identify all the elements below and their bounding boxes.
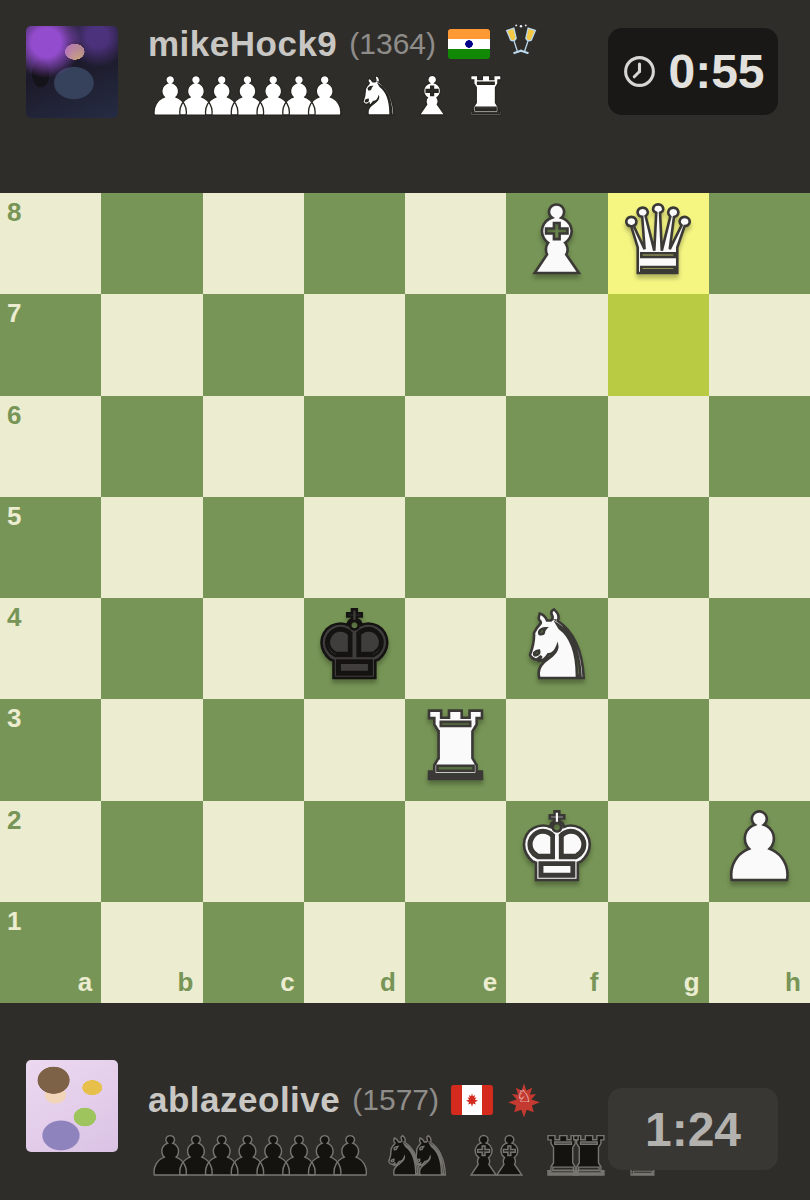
square-d5[interactable] [304, 497, 405, 598]
square-e3[interactable]: ♜ [405, 699, 506, 800]
square-b4[interactable] [101, 598, 202, 699]
square-a7[interactable]: 7 [0, 294, 101, 395]
square-d3[interactable] [304, 699, 405, 800]
captured-piece-group: ♞ [354, 70, 380, 124]
piece-white-bishop-f8[interactable]: ♝ [506, 193, 607, 294]
square-c5[interactable] [203, 497, 304, 598]
square-f8[interactable]: ♝ [506, 193, 607, 294]
top-player-avatar[interactable] [26, 26, 118, 118]
champagne-clink-icon [502, 23, 540, 65]
square-a1[interactable]: 1a [0, 902, 101, 1003]
square-a2[interactable]: 2 [0, 801, 101, 902]
india-flag-icon [448, 29, 490, 59]
square-a3[interactable]: 3 [0, 699, 101, 800]
square-a4[interactable]: 4 [0, 598, 101, 699]
square-d2[interactable] [304, 801, 405, 902]
square-d7[interactable] [304, 294, 405, 395]
file-label-e: e [483, 969, 497, 995]
top-player-name-row[interactable]: mikeHock9 (1364) [148, 22, 540, 66]
square-b7[interactable] [101, 294, 202, 395]
square-d6[interactable] [304, 396, 405, 497]
captured-piece-group: ♜♜ [539, 1130, 590, 1184]
square-e4[interactable] [405, 598, 506, 699]
square-c4[interactable] [203, 598, 304, 699]
piece-white-king-f2[interactable]: ♚ [506, 801, 607, 902]
bottom-player-avatar[interactable] [26, 1060, 118, 1152]
rank-label-5: 5 [7, 503, 21, 529]
square-d4[interactable]: ♚ [304, 598, 405, 699]
square-h4[interactable] [709, 598, 810, 699]
square-c1[interactable]: c [203, 902, 304, 1003]
square-b6[interactable] [101, 396, 202, 497]
square-h6[interactable] [709, 396, 810, 497]
square-e6[interactable] [405, 396, 506, 497]
square-g2[interactable] [608, 801, 709, 902]
piece-white-knight-f4[interactable]: ♞ [506, 598, 607, 699]
piece-black-king-d4[interactable]: ♚ [304, 598, 405, 699]
square-a8[interactable]: 8 [0, 193, 101, 294]
captured-piece-group: ♜ [462, 70, 488, 124]
square-f1[interactable]: f [506, 902, 607, 1003]
square-c8[interactable] [203, 193, 304, 294]
bottom-player-username: ablazeolive [148, 1080, 340, 1120]
square-c2[interactable] [203, 801, 304, 902]
square-f7[interactable] [506, 294, 607, 395]
square-e8[interactable] [405, 193, 506, 294]
file-label-f: f [590, 969, 599, 995]
square-h1[interactable]: h [709, 902, 810, 1003]
square-e1[interactable]: e [405, 902, 506, 1003]
square-e2[interactable] [405, 801, 506, 902]
game-screen: mikeHock9 (1364) [0, 0, 810, 1200]
square-g3[interactable] [608, 699, 709, 800]
chess-board[interactable]: 8♝♛7654♚♞3♜2♚♟1abcdefgh [0, 193, 810, 1003]
square-c6[interactable] [203, 396, 304, 497]
square-g4[interactable] [608, 598, 709, 699]
square-g1[interactable]: g [608, 902, 709, 1003]
rank-label-2: 2 [7, 807, 21, 833]
piece-white-pawn-h2[interactable]: ♟ [709, 801, 810, 902]
bottom-clock-time: 1:24 [645, 1102, 741, 1157]
square-h7[interactable] [709, 294, 810, 395]
square-b1[interactable]: b [101, 902, 202, 1003]
file-label-a: a [78, 969, 92, 995]
square-f5[interactable] [506, 497, 607, 598]
captured-piece-group: ♟♟♟♟♟♟♟♟ [146, 1130, 352, 1184]
square-b2[interactable] [101, 801, 202, 902]
square-f3[interactable] [506, 699, 607, 800]
top-player-rating: (1364) [349, 27, 436, 61]
captured-piece-group: ♞♞ [380, 1130, 431, 1184]
square-g7[interactable] [608, 294, 709, 395]
rank-label-7: 7 [7, 300, 21, 326]
top-clock-time: 0:55 [668, 44, 764, 99]
square-f6[interactable] [506, 396, 607, 497]
top-player-clock: 0:55 [608, 28, 778, 115]
square-f2[interactable]: ♚ [506, 801, 607, 902]
rank-label-4: 4 [7, 604, 21, 630]
square-g5[interactable] [608, 497, 709, 598]
square-b3[interactable] [101, 699, 202, 800]
square-a6[interactable]: 6 [0, 396, 101, 497]
file-label-g: g [684, 969, 700, 995]
square-g6[interactable] [608, 396, 709, 497]
captured-piece-group: ♝♝ [459, 1130, 510, 1184]
square-b8[interactable] [101, 193, 202, 294]
square-d8[interactable] [304, 193, 405, 294]
square-h5[interactable] [709, 497, 810, 598]
rank-label-8: 8 [7, 199, 21, 225]
bottom-player-rating: (1577) [352, 1083, 439, 1117]
square-h2[interactable]: ♟ [709, 801, 810, 902]
square-e7[interactable] [405, 294, 506, 395]
square-e5[interactable] [405, 497, 506, 598]
square-a5[interactable]: 5 [0, 497, 101, 598]
file-label-b: b [178, 969, 194, 995]
piece-white-rook-e3[interactable]: ♜ [405, 699, 506, 800]
file-label-d: d [380, 969, 396, 995]
bottom-player-clock: 1:24 [608, 1088, 778, 1170]
square-d1[interactable]: d [304, 902, 405, 1003]
square-g8[interactable]: ♛ [608, 193, 709, 294]
rank-label-1: 1 [7, 908, 21, 934]
clock-icon [621, 53, 658, 90]
captured-piece-group: ♟♟♟♟♟♟♟ [146, 70, 326, 124]
rank-label-3: 3 [7, 705, 21, 731]
top-player-captured-pieces: ♟♟♟♟♟♟♟♞♝♜ [146, 70, 516, 124]
bottom-player-name-row[interactable]: ablazeolive (1577) ♘ [148, 1078, 543, 1122]
square-f4[interactable]: ♞ [506, 598, 607, 699]
red-maple-leaf-badge-icon: ♘ [505, 1081, 543, 1119]
square-b5[interactable] [101, 497, 202, 598]
canada-flag-icon [451, 1085, 493, 1115]
square-h3[interactable] [709, 699, 810, 800]
badge-knight-icon: ♘ [516, 1088, 531, 1105]
square-c7[interactable] [203, 294, 304, 395]
square-h8[interactable] [709, 193, 810, 294]
rank-label-6: 6 [7, 402, 21, 428]
piece-white-queen-g8[interactable]: ♛ [608, 193, 709, 294]
square-c3[interactable] [203, 699, 304, 800]
captured-piece-group: ♝ [408, 70, 434, 124]
top-player-username: mikeHock9 [148, 24, 337, 64]
file-label-h: h [785, 969, 801, 995]
file-label-c: c [280, 969, 294, 995]
